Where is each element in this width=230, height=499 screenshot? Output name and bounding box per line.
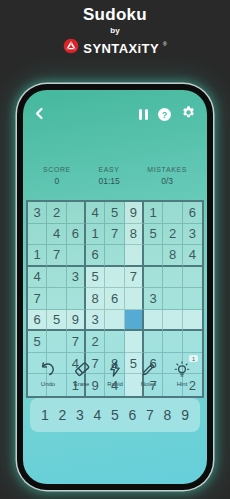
cell-r1c5[interactable]: 5 — [105, 202, 124, 224]
cell-r2c6[interactable]: 8 — [125, 224, 144, 246]
cell-r6c5[interactable] — [105, 310, 124, 332]
hint-button[interactable]: 1 Hint — [172, 359, 192, 387]
pause-button[interactable] — [139, 109, 148, 120]
cell-r3c1[interactable]: 1 — [28, 245, 47, 267]
cell-r4c1[interactable]: 4 — [28, 267, 47, 289]
cell-r7c4[interactable]: 2 — [86, 331, 105, 353]
rapid-label: Rapid — [107, 381, 123, 387]
cell-r2c5[interactable]: 7 — [105, 224, 124, 246]
numpad-8[interactable]: 8 — [164, 407, 172, 423]
mistakes-label: MISTAKES — [147, 166, 187, 173]
cell-r1c6[interactable]: 9 — [125, 202, 144, 224]
cell-r4c5[interactable] — [105, 267, 124, 289]
byline: by — [0, 25, 230, 36]
cell-r3c7[interactable] — [144, 245, 163, 267]
store-header: Sudoku by SYNTAXiTY ® — [0, 0, 230, 57]
erase-button[interactable]: Erase — [72, 359, 92, 387]
cell-r5c1[interactable]: 7 — [28, 288, 47, 310]
phone-screen: ? SCORE 0 EASY 01:15 MISTAKES 0/ — [23, 90, 207, 484]
cell-r2c4[interactable]: 1 — [86, 224, 105, 246]
hint-label: Hint — [177, 381, 188, 387]
cell-r7c9[interactable] — [183, 331, 202, 353]
lightbulb-icon — [172, 359, 192, 379]
cell-r2c2[interactable]: 4 — [47, 224, 66, 246]
cell-r7c2[interactable] — [47, 331, 66, 353]
numpad-1[interactable]: 1 — [41, 407, 49, 423]
toolbar: Undo Erase Rapid — [23, 359, 207, 387]
mistakes-value: 0/3 — [161, 176, 173, 186]
cell-r6c8[interactable] — [163, 310, 182, 332]
cell-r2c1[interactable] — [28, 224, 47, 246]
cell-r6c7[interactable] — [144, 310, 163, 332]
timer-value: 01:15 — [98, 176, 119, 186]
chevron-left-icon — [34, 107, 45, 120]
cell-r3c9[interactable]: 4 — [183, 245, 202, 267]
cell-r7c6[interactable] — [125, 331, 144, 353]
numpad-7[interactable]: 7 — [146, 407, 154, 423]
cell-r1c4[interactable]: 4 — [86, 202, 105, 224]
cell-r6c4[interactable]: 3 — [86, 310, 105, 332]
brand-name: SYNTAXiTY — [83, 41, 159, 56]
cell-r3c3[interactable] — [67, 245, 86, 267]
difficulty-stat: EASY 01:15 — [98, 166, 119, 186]
numpad-4[interactable]: 4 — [94, 407, 102, 423]
cell-r5c7[interactable]: 3 — [144, 288, 163, 310]
cell-r4c6[interactable]: 7 — [125, 267, 144, 289]
score-label: SCORE — [43, 166, 71, 173]
rapid-button[interactable]: Rapid — [105, 359, 125, 387]
cell-r6c9[interactable] — [183, 310, 202, 332]
cell-r3c4[interactable]: 6 — [86, 245, 105, 267]
settings-button[interactable] — [181, 105, 196, 124]
cell-r6c3[interactable]: 9 — [67, 310, 86, 332]
question-mark-icon: ? — [162, 110, 168, 120]
cell-r4c8[interactable] — [163, 267, 182, 289]
pencil-icon — [139, 359, 159, 379]
phone-mockup: ? SCORE 0 EASY 01:15 MISTAKES 0/ — [17, 84, 213, 490]
cell-r4c9[interactable] — [183, 267, 202, 289]
numpad-6[interactable]: 6 — [129, 407, 137, 423]
help-button[interactable]: ? — [158, 108, 171, 121]
cell-r6c1[interactable]: 6 — [28, 310, 47, 332]
undo-button[interactable]: Undo — [38, 359, 58, 387]
difficulty-label: EASY — [99, 166, 120, 173]
undo-label: Undo — [41, 381, 55, 387]
cell-r7c8[interactable] — [163, 331, 182, 353]
cell-r7c3[interactable]: 7 — [67, 331, 86, 353]
cell-r1c8[interactable] — [163, 202, 182, 224]
numpad-2[interactable]: 2 — [59, 407, 67, 423]
cell-r5c4[interactable]: 8 — [86, 288, 105, 310]
cell-r2c8[interactable]: 2 — [163, 224, 182, 246]
brand-row: SYNTAXiTY ® — [0, 39, 230, 57]
cell-r5c6[interactable] — [125, 288, 144, 310]
cell-r4c7[interactable] — [144, 267, 163, 289]
brand-logo-icon — [63, 38, 79, 58]
cell-r4c4[interactable]: 5 — [86, 267, 105, 289]
score-value: 0 — [55, 176, 60, 186]
numpad-9[interactable]: 9 — [181, 407, 189, 423]
cell-r3c6[interactable] — [125, 245, 144, 267]
cell-r7c5[interactable] — [105, 331, 124, 353]
cell-r6c2[interactable]: 5 — [47, 310, 66, 332]
cell-r1c7[interactable]: 1 — [144, 202, 163, 224]
stats-bar: SCORE 0 EASY 01:15 MISTAKES 0/3 — [23, 166, 207, 186]
mistakes-stat: MISTAKES 0/3 — [147, 166, 187, 186]
registered-mark: ® — [163, 41, 167, 47]
cell-r5c2[interactable] — [47, 288, 66, 310]
notes-button[interactable]: Notes — [139, 359, 159, 387]
cell-r3c8[interactable]: 8 — [163, 245, 182, 267]
eraser-icon — [72, 359, 92, 379]
hint-badge: 1 — [189, 355, 198, 362]
erase-label: Erase — [74, 381, 90, 387]
undo-arrow-icon — [38, 359, 58, 379]
cell-r7c1[interactable]: 5 — [28, 331, 47, 353]
cell-r1c3[interactable] — [67, 202, 86, 224]
numpad-5[interactable]: 5 — [111, 407, 119, 423]
lightning-icon — [105, 359, 125, 379]
app-title: Sudoku — [0, 5, 230, 25]
cell-r5c3[interactable] — [67, 288, 86, 310]
score-stat: SCORE 0 — [43, 166, 71, 186]
cell-r3c2[interactable]: 7 — [47, 245, 66, 267]
cell-r4c3[interactable]: 3 — [67, 267, 86, 289]
back-button[interactable] — [34, 106, 45, 124]
top-nav: ? — [23, 105, 207, 124]
gear-icon — [181, 105, 196, 120]
cell-r5c8[interactable] — [163, 288, 182, 310]
cell-r1c1[interactable]: 3 — [28, 202, 47, 224]
numpad-3[interactable]: 3 — [76, 407, 84, 423]
cell-r1c9[interactable]: 6 — [183, 202, 202, 224]
cell-r3c5[interactable] — [105, 245, 124, 267]
cell-r2c3[interactable]: 6 — [67, 224, 86, 246]
cell-r7c7[interactable] — [144, 331, 163, 353]
cell-r5c9[interactable] — [183, 288, 202, 310]
cell-r6c6[interactable] — [125, 310, 144, 332]
cell-r1c2[interactable]: 2 — [47, 202, 66, 224]
cell-r2c9[interactable]: 3 — [183, 224, 202, 246]
notes-label: Notes — [141, 381, 157, 387]
number-pad: 1 2 3 4 5 6 7 8 9 — [30, 398, 200, 432]
cell-r2c7[interactable]: 5 — [144, 224, 163, 246]
cell-r4c2[interactable] — [47, 267, 66, 289]
cell-r5c5[interactable]: 6 — [105, 288, 124, 310]
